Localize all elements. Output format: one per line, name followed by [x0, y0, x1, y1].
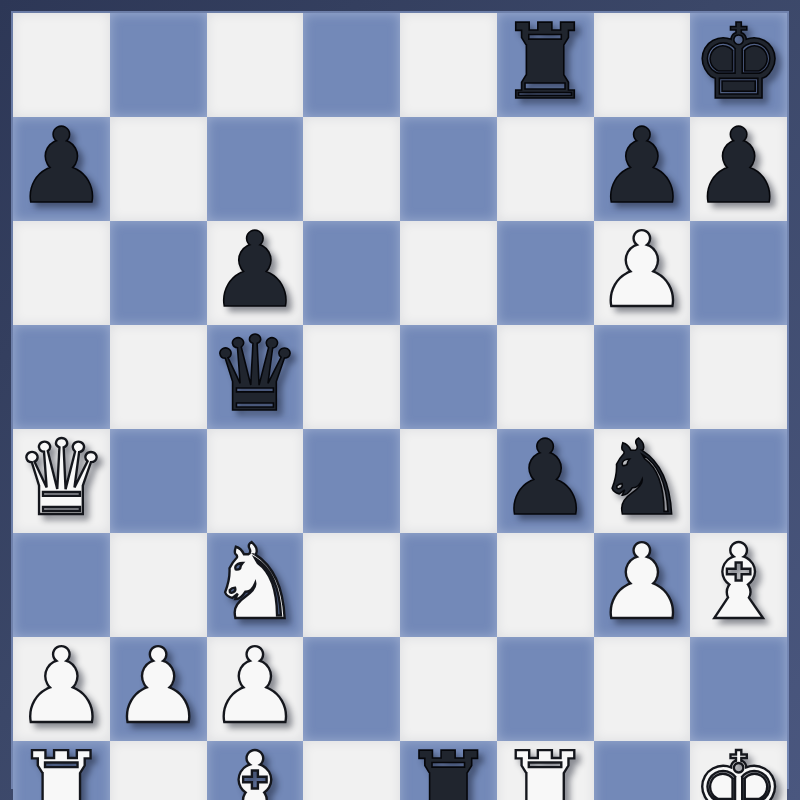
square-e2[interactable]: [400, 637, 497, 741]
square-d2[interactable]: [303, 637, 400, 741]
square-f7[interactable]: [497, 117, 594, 221]
square-e8[interactable]: [400, 13, 497, 117]
black-king-h8[interactable]: ♚: [692, 10, 785, 114]
square-f1[interactable]: ♜: [497, 741, 594, 800]
white-pawn-g3[interactable]: ♟: [595, 530, 688, 634]
white-bishop-h3[interactable]: ♝: [692, 530, 785, 634]
square-f4[interactable]: ♟: [497, 429, 594, 533]
square-c3[interactable]: ♞: [207, 533, 304, 637]
square-e3[interactable]: [400, 533, 497, 637]
square-a7[interactable]: ♟: [13, 117, 110, 221]
square-g2[interactable]: [594, 637, 691, 741]
square-a1[interactable]: ♜: [13, 741, 110, 800]
white-pawn-b2[interactable]: ♟: [112, 634, 205, 738]
square-a4[interactable]: ♛: [13, 429, 110, 533]
square-f6[interactable]: [497, 221, 594, 325]
square-h1[interactable]: ♚: [690, 741, 787, 800]
square-h2[interactable]: [690, 637, 787, 741]
square-f3[interactable]: [497, 533, 594, 637]
white-rook-a1[interactable]: ♜: [15, 738, 108, 800]
square-h8[interactable]: ♚: [690, 13, 787, 117]
black-pawn-h7[interactable]: ♟: [692, 114, 785, 218]
black-queen-c5[interactable]: ♛: [208, 322, 301, 426]
square-h6[interactable]: [690, 221, 787, 325]
white-pawn-c2[interactable]: ♟: [208, 634, 301, 738]
square-b6[interactable]: [110, 221, 207, 325]
square-f5[interactable]: [497, 325, 594, 429]
square-d8[interactable]: [303, 13, 400, 117]
white-queen-a4[interactable]: ♛: [15, 426, 108, 530]
square-g7[interactable]: ♟: [594, 117, 691, 221]
black-pawn-c6[interactable]: ♟: [208, 218, 301, 322]
square-c1[interactable]: ♝: [207, 741, 304, 800]
square-d4[interactable]: [303, 429, 400, 533]
square-e7[interactable]: [400, 117, 497, 221]
black-rook-f8[interactable]: ♜: [499, 10, 592, 114]
white-king-h1[interactable]: ♚: [692, 738, 785, 800]
chess-board: ♜♚♟♟♟♟♟♛♛♟♞♞♟♝♟♟♟♜♝♜♜♚: [13, 13, 787, 787]
square-c4[interactable]: [207, 429, 304, 533]
square-h4[interactable]: [690, 429, 787, 533]
square-a8[interactable]: [13, 13, 110, 117]
black-pawn-f4[interactable]: ♟: [499, 426, 592, 530]
white-pawn-g6[interactable]: ♟: [595, 218, 688, 322]
white-knight-c3[interactable]: ♞: [208, 530, 301, 634]
square-b1[interactable]: [110, 741, 207, 800]
white-rook-f1[interactable]: ♜: [499, 738, 592, 800]
square-c5[interactable]: ♛: [207, 325, 304, 429]
square-b8[interactable]: [110, 13, 207, 117]
square-g1[interactable]: [594, 741, 691, 800]
square-f8[interactable]: ♜: [497, 13, 594, 117]
square-g3[interactable]: ♟: [594, 533, 691, 637]
white-bishop-c1[interactable]: ♝: [208, 738, 301, 800]
black-knight-g4[interactable]: ♞: [595, 426, 688, 530]
square-c6[interactable]: ♟: [207, 221, 304, 325]
square-g8[interactable]: [594, 13, 691, 117]
square-b5[interactable]: [110, 325, 207, 429]
square-d3[interactable]: [303, 533, 400, 637]
square-d5[interactable]: [303, 325, 400, 429]
square-e5[interactable]: [400, 325, 497, 429]
square-e1[interactable]: ♜: [400, 741, 497, 800]
square-g5[interactable]: [594, 325, 691, 429]
square-b7[interactable]: [110, 117, 207, 221]
black-pawn-a7[interactable]: ♟: [15, 114, 108, 218]
square-b3[interactable]: [110, 533, 207, 637]
square-d1[interactable]: [303, 741, 400, 800]
square-g4[interactable]: ♞: [594, 429, 691, 533]
square-h7[interactable]: ♟: [690, 117, 787, 221]
square-c2[interactable]: ♟: [207, 637, 304, 741]
square-d6[interactable]: [303, 221, 400, 325]
square-d7[interactable]: [303, 117, 400, 221]
square-b4[interactable]: [110, 429, 207, 533]
square-b2[interactable]: ♟: [110, 637, 207, 741]
square-a2[interactable]: ♟: [13, 637, 110, 741]
square-a6[interactable]: [13, 221, 110, 325]
square-h5[interactable]: [690, 325, 787, 429]
square-e6[interactable]: [400, 221, 497, 325]
square-e4[interactable]: [400, 429, 497, 533]
black-rook-e1[interactable]: ♜: [402, 738, 495, 800]
square-c8[interactable]: [207, 13, 304, 117]
square-f2[interactable]: [497, 637, 594, 741]
square-a5[interactable]: [13, 325, 110, 429]
square-h3[interactable]: ♝: [690, 533, 787, 637]
white-pawn-a2[interactable]: ♟: [15, 634, 108, 738]
chess-board-frame: ♜♚♟♟♟♟♟♛♛♟♞♞♟♝♟♟♟♜♝♜♜♚: [0, 0, 800, 800]
square-c7[interactable]: [207, 117, 304, 221]
square-a3[interactable]: [13, 533, 110, 637]
square-g6[interactable]: ♟: [594, 221, 691, 325]
black-pawn-g7[interactable]: ♟: [595, 114, 688, 218]
